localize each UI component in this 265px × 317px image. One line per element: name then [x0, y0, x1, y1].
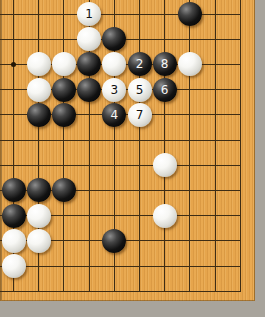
- stone-black: [102, 229, 126, 253]
- stone-black: [77, 52, 101, 76]
- stone-white-move-1: 1: [77, 2, 101, 26]
- stone-white: [178, 52, 202, 76]
- board-left-crop-line: [0, 0, 2, 300]
- grid-line-vertical: [189, 0, 190, 292]
- go-board[interactable]: 12835647: [0, 0, 255, 301]
- grid-line-horizontal: [0, 291, 241, 292]
- stone-black: [27, 178, 51, 202]
- stone-white: [27, 78, 51, 102]
- grid-line-horizontal: [0, 266, 241, 267]
- stone-white: [153, 153, 177, 177]
- stone-white: [153, 204, 177, 228]
- stone-black: [52, 178, 76, 202]
- grid-line-vertical: [164, 0, 165, 292]
- stone-black: [77, 78, 101, 102]
- grid-line-horizontal: [0, 165, 241, 166]
- grid-line-vertical: [139, 0, 140, 292]
- stone-white: [2, 254, 26, 278]
- go-diagram: 12835647: [0, 0, 265, 317]
- stone-white: [102, 52, 126, 76]
- grid-line-vertical: [215, 0, 216, 292]
- stone-white: [52, 52, 76, 76]
- star-point: [11, 62, 16, 67]
- grid-line-vertical: [240, 0, 241, 292]
- stone-black-move-4: 4: [102, 103, 126, 127]
- stone-black: [2, 178, 26, 202]
- grid-line-horizontal: [0, 140, 241, 141]
- stone-black: [178, 2, 202, 26]
- stone-black: [2, 204, 26, 228]
- stone-white: [27, 52, 51, 76]
- stone-black-move-2: 2: [128, 52, 152, 76]
- stone-white: [27, 204, 51, 228]
- stone-black-move-8: 8: [153, 52, 177, 76]
- stone-white-move-7: 7: [128, 103, 152, 127]
- stone-black: [102, 27, 126, 51]
- stone-white: [77, 27, 101, 51]
- stone-black: [27, 103, 51, 127]
- grid-line-vertical: [63, 0, 64, 292]
- stone-black: [52, 78, 76, 102]
- grid-line-horizontal: [0, 14, 241, 15]
- stone-white: [27, 229, 51, 253]
- stone-black-move-6: 6: [153, 78, 177, 102]
- stone-white-move-5: 5: [128, 78, 152, 102]
- stone-white: [2, 229, 26, 253]
- stone-black: [52, 103, 76, 127]
- stone-white-move-3: 3: [102, 78, 126, 102]
